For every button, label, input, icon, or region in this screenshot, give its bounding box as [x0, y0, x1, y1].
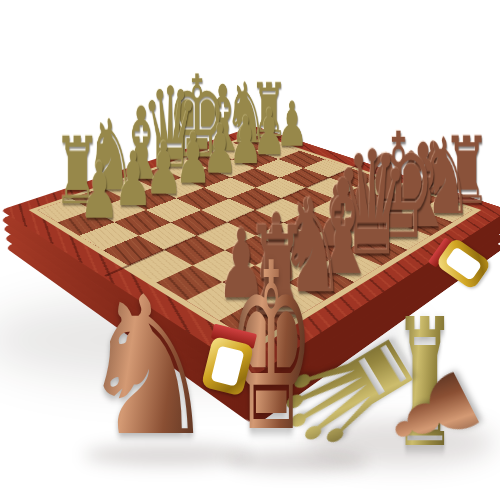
chess-set-photo: ♜♞♝♛♚♝♞♜♟♟♟♟♟♟♟♟♟♟♟♟♟♟♟♟♜♞♝♛♚♝♞♜ ♜ ♛ ♟ ♞…	[0, 0, 500, 500]
foreground-copper-knight[interactable]: ♞	[78, 272, 219, 463]
clasp-ring-hole	[445, 246, 483, 281]
clasp-ring-hole	[211, 345, 245, 386]
square[interactable]: ♟	[58, 210, 114, 236]
piece-brass-pawn[interactable]: ♟	[58, 152, 141, 230]
